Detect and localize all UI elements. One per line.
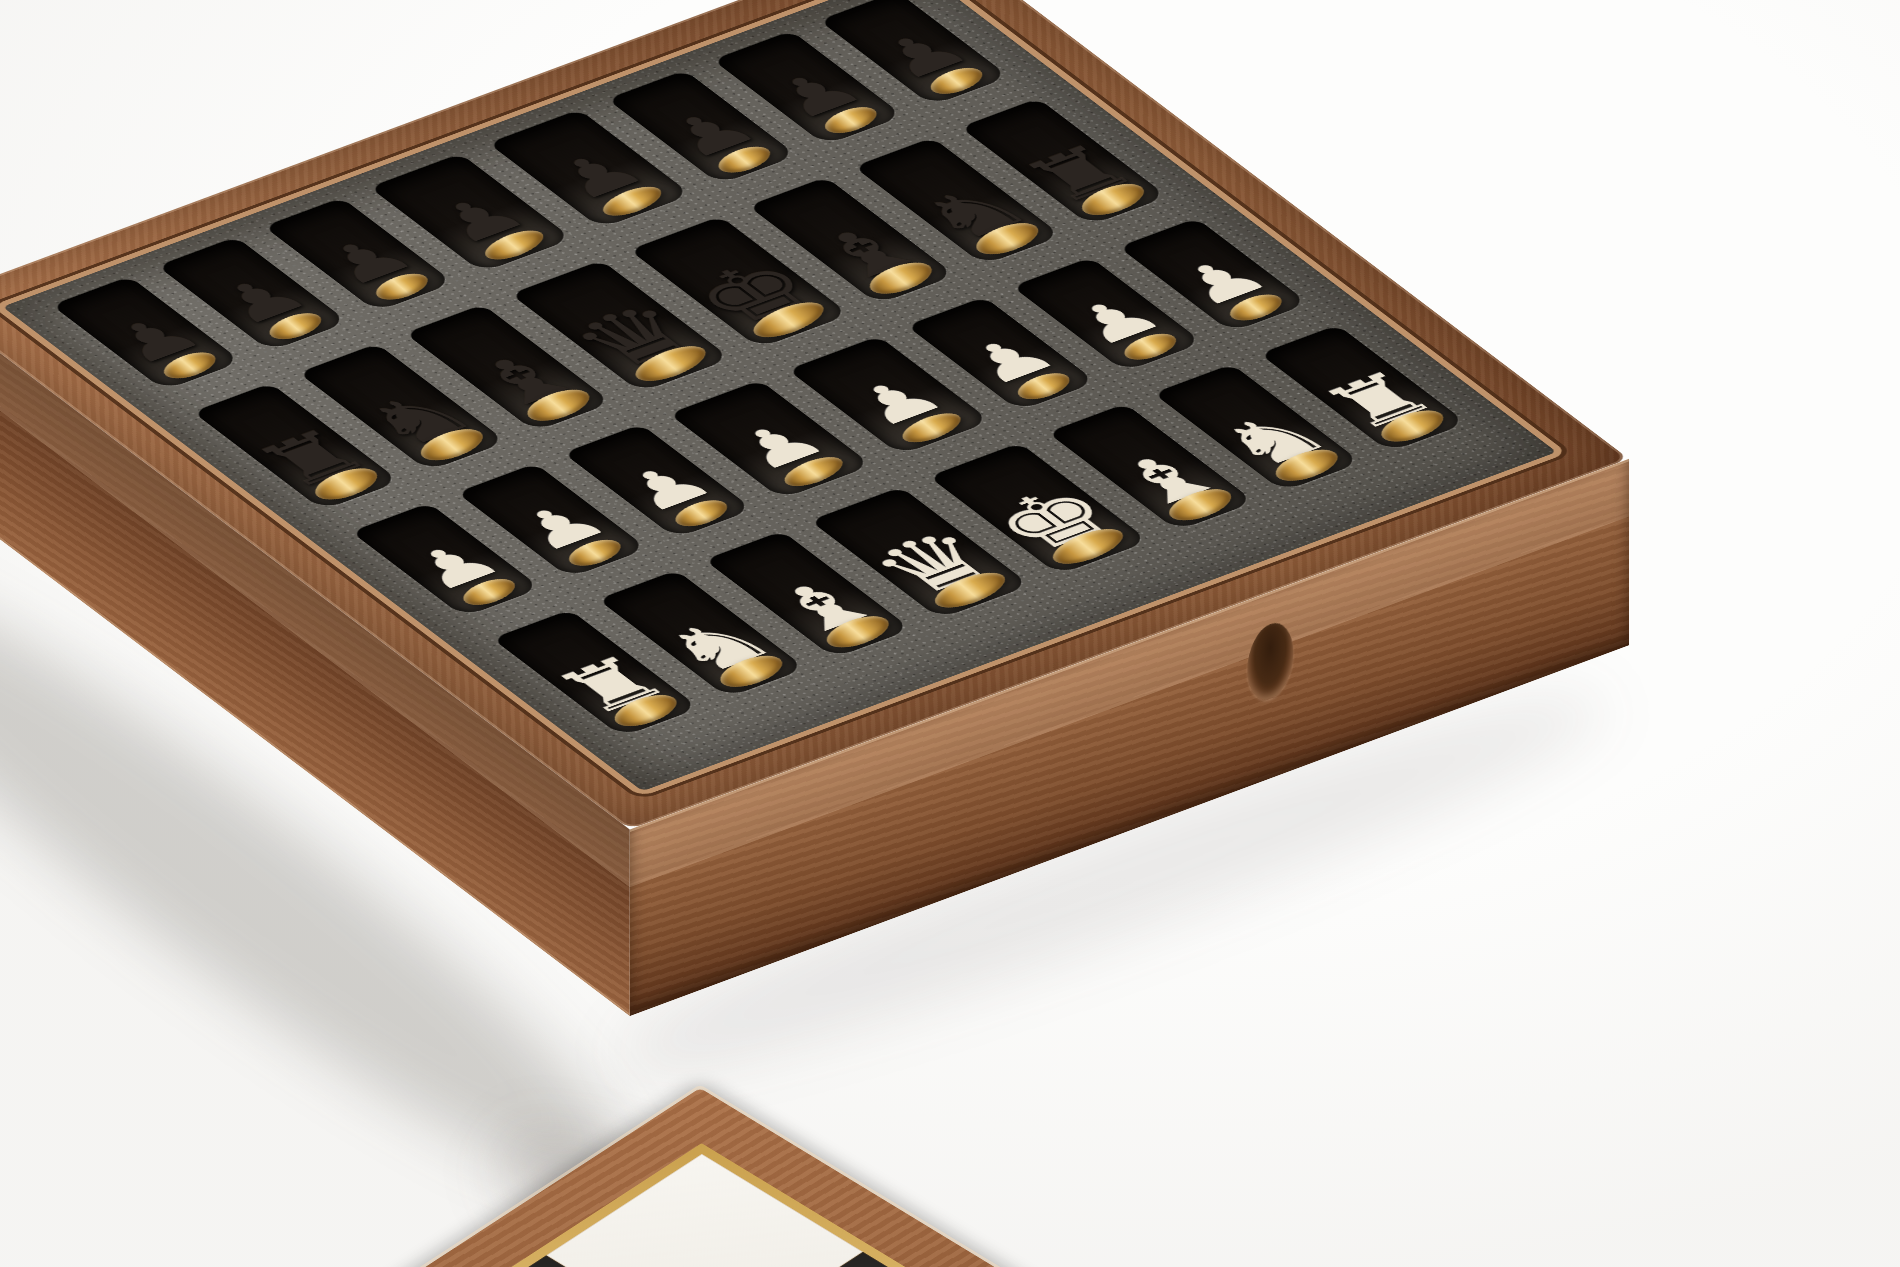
white-pawn-piece: ♟ [953,330,1069,392]
brass-base [1371,404,1454,447]
white-king-piece: ♚ [972,476,1134,562]
brass-base [624,340,716,387]
tray-slot: ♞ [1153,364,1361,491]
brass-base [924,567,1016,614]
brass-base [666,495,735,531]
tray-slot: ♟ [906,297,1097,411]
product-photo-scene: ♟♟♟♟♟♟♟♟♜♞♝♛♚♝♞♜♟♟♟♟♟♟♟♟♜♞♝♛♚♝♞♜ [0,0,1900,1267]
tray-slot: ♝ [1047,404,1255,531]
tray-slot: ♟ [563,424,754,538]
white-knight-piece: ♞ [1202,402,1343,477]
white-knight-piece: ♞ [647,608,788,683]
brass-base [775,452,852,491]
white-bishop-piece: ♝ [753,569,894,644]
black-pawn-piece: ♟ [98,309,214,371]
white-rook-piece: ♜ [541,648,682,723]
brass-base [1159,483,1242,526]
white-bishop-piece: ♝ [1096,442,1237,517]
white-pawn-piece: ♟ [1165,251,1281,313]
white-pawn-piece: ♟ [503,496,619,558]
brass-base [1009,368,1078,404]
tray-slot: ♚ [929,443,1149,575]
brass-base [155,348,224,384]
brass-base [743,296,835,343]
tray-slot: ♟ [351,503,542,617]
tray-slot: ♜ [492,610,700,737]
finger-notch [1247,616,1293,708]
brass-base [816,610,899,653]
chess-storage-box: ♟♟♟♟♟♟♟♟♜♞♝♛♚♝♞♜♟♟♟♟♟♟♟♟♜♞♝♛♚♝♞♜ [0,0,1629,830]
brass-base [261,308,330,344]
brass-base [454,574,523,610]
board-walnut-frame [0,1088,1900,1267]
tray-slot: ♞ [299,344,507,471]
brass-base [1042,523,1134,570]
brass-base [304,462,387,505]
tray-slot: ♟ [788,336,991,455]
tray-slot: ♟ [1118,218,1309,332]
brass-base [410,423,493,466]
white-pawn-piece: ♟ [397,536,513,598]
tray-slot: ♞ [598,570,806,697]
black-bishop-piece: ♝ [454,342,595,417]
brass-base [893,408,970,447]
tray-slot: ♟ [457,464,648,578]
white-rook-piece: ♜ [1308,363,1449,438]
brass-base [604,689,687,732]
board-square [546,1154,863,1267]
tray-slot: ♝ [405,304,613,431]
black-rook-piece: ♜ [242,421,383,496]
brass-base [1265,444,1348,487]
board-brass-trim [0,1143,1900,1267]
white-queen-piece: ♛ [854,520,1016,606]
black-king-piece: ♚ [673,250,835,336]
white-pawn-piece: ♟ [609,457,725,519]
tray-slot: ♝ [704,531,912,658]
tray-slot: ♟ [669,380,872,499]
black-queen-piece: ♛ [554,294,716,380]
board-grid [0,1154,1900,1267]
chess-board [0,1088,1900,1267]
tray-slot: ♛ [810,487,1030,619]
black-pawn-piece: ♟ [204,270,320,332]
black-knight-piece: ♞ [348,382,489,457]
brass-base [1115,329,1184,365]
white-pawn-piece: ♟ [1059,290,1175,352]
brass-base [516,384,599,427]
white-pawn-piece: ♟ [722,415,838,477]
brass-base [710,650,793,693]
white-pawn-piece: ♟ [840,372,956,434]
tray-slot: ♜ [1259,325,1467,452]
tray-slot: ♜ [193,383,401,510]
brass-base [560,535,629,571]
